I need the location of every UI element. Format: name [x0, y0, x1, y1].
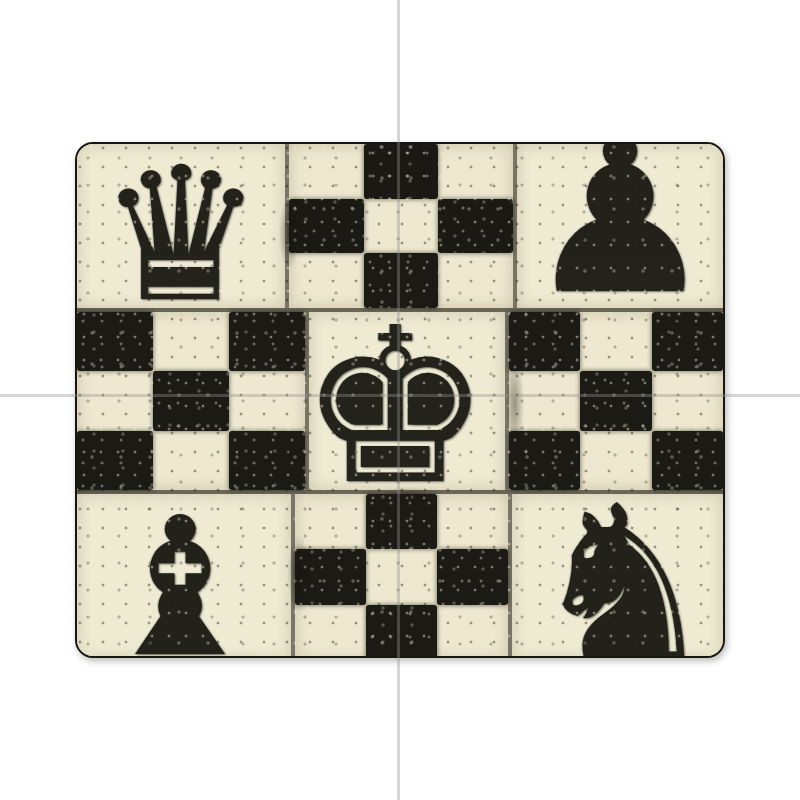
- panel-black-knight: ♞: [512, 494, 723, 658]
- black-square: [289, 199, 364, 254]
- black-square: [366, 494, 437, 549]
- checkerboard-grid: [77, 312, 305, 490]
- black-bishop-piece: ♝: [75, 492, 287, 658]
- black-square: [438, 199, 513, 254]
- black-square: [77, 312, 153, 371]
- panel-black-queen: ♛: [77, 144, 289, 308]
- cream-square: [77, 371, 153, 430]
- panel-row: ♝♞: [77, 494, 723, 658]
- black-square: [652, 312, 723, 371]
- cream-square: [295, 605, 366, 658]
- black-queen-piece: ♛: [77, 143, 285, 328]
- black-square: [229, 312, 305, 371]
- mousepad: MaiYaCa ♛♟♚♝♞: [75, 142, 725, 658]
- black-square: [437, 549, 508, 604]
- panel-black-king: ♚: [309, 312, 509, 490]
- cream-square: [652, 371, 723, 430]
- checker-bottom-middle: [295, 494, 512, 658]
- black-square: [509, 312, 580, 371]
- cream-square: [437, 605, 508, 658]
- panel-collage: ♛♟♚♝♞: [77, 144, 723, 656]
- cream-square: [289, 144, 364, 199]
- black-square: [580, 371, 651, 430]
- checkerboard-grid: [295, 494, 508, 658]
- cream-square: [366, 549, 437, 604]
- cream-square: [153, 312, 229, 371]
- checker-middle-left: [77, 312, 309, 490]
- black-square: [364, 144, 439, 199]
- cream-square: [364, 199, 439, 254]
- cream-square: [437, 494, 508, 549]
- cream-square: [509, 371, 580, 430]
- black-knight-piece: ♞: [518, 478, 725, 658]
- black-square: [295, 549, 366, 604]
- black-pawn-piece: ♟: [517, 142, 723, 324]
- panel-black-bishop: ♝: [77, 494, 295, 658]
- cream-square: [580, 312, 651, 371]
- black-square: [153, 371, 229, 430]
- black-square: [366, 605, 437, 658]
- cream-square: [229, 371, 305, 430]
- cream-square: [438, 144, 513, 199]
- panel-black-pawn: ♟: [517, 144, 723, 308]
- product-photo-canvas: MaiYaCa ♛♟♚♝♞: [0, 0, 800, 800]
- cream-square: [295, 494, 366, 549]
- black-king-piece: ♚: [297, 299, 493, 514]
